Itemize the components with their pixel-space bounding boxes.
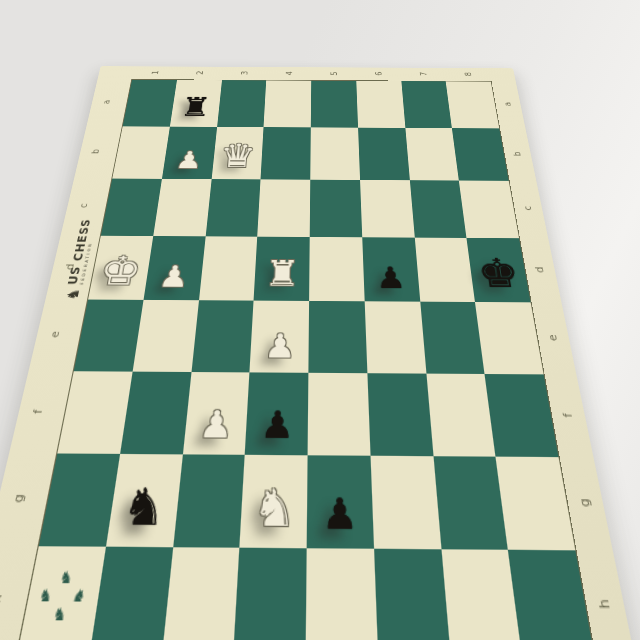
square-a4[interactable] <box>264 80 312 127</box>
square-c6[interactable] <box>360 180 414 238</box>
square-d4[interactable]: ♜ <box>254 236 310 300</box>
square-e7[interactable] <box>420 302 485 375</box>
square-f3[interactable]: ♟ <box>182 372 249 454</box>
square-e8[interactable] <box>475 302 543 375</box>
square-c1[interactable] <box>101 178 162 236</box>
square-g8[interactable] <box>496 456 576 550</box>
square-b3[interactable]: ♛ <box>211 127 263 179</box>
square-e3[interactable] <box>191 300 254 372</box>
black-pawn-g5[interactable]: ♟ <box>322 492 358 535</box>
corner-knight-diamond-ornament: ♞♞♞♞ <box>33 570 93 627</box>
square-d3[interactable] <box>199 236 258 300</box>
square-c8[interactable] <box>459 180 519 238</box>
us-chess-knight-icon: ♞ <box>65 288 82 300</box>
white-king-d1[interactable]: ♚ <box>97 250 145 290</box>
square-e5[interactable] <box>308 301 367 374</box>
square-a2[interactable]: ♜ <box>170 80 222 127</box>
square-b8[interactable] <box>452 128 509 180</box>
ornament-knight-icon: ♞ <box>58 570 74 587</box>
square-g6[interactable] <box>370 455 441 549</box>
square-b6[interactable] <box>358 128 410 180</box>
square-a5[interactable] <box>311 81 358 128</box>
square-f7[interactable] <box>426 374 496 456</box>
square-b5[interactable] <box>310 128 360 180</box>
square-a3[interactable] <box>217 80 267 127</box>
square-b1[interactable] <box>112 127 169 179</box>
square-f2[interactable] <box>120 372 191 454</box>
square-g3[interactable] <box>173 454 245 548</box>
square-f6[interactable] <box>367 373 433 455</box>
white-queen-b3[interactable]: ♛ <box>218 139 257 172</box>
square-h6[interactable] <box>374 548 450 640</box>
black-pawn-d6[interactable]: ♟ <box>375 263 406 293</box>
square-d5[interactable] <box>309 237 364 302</box>
square-d6[interactable]: ♟ <box>362 237 420 302</box>
square-h3[interactable] <box>161 547 239 640</box>
square-e6[interactable] <box>364 301 426 374</box>
black-rook-a2[interactable]: ♜ <box>179 95 213 121</box>
square-f8[interactable] <box>485 374 559 456</box>
square-b2[interactable]: ♟ <box>162 127 217 179</box>
square-e4[interactable]: ♟ <box>250 301 309 373</box>
square-h4[interactable] <box>234 547 307 640</box>
square-d1[interactable]: ♚ <box>88 236 153 300</box>
black-king-d8[interactable]: ♚ <box>475 253 522 294</box>
white-pawn-b2[interactable]: ♟ <box>174 148 204 172</box>
square-d8[interactable]: ♚ <box>467 238 531 303</box>
square-d2[interactable]: ♟ <box>143 236 205 300</box>
white-knight-g4[interactable]: ♞ <box>252 483 297 535</box>
square-a8[interactable] <box>446 81 499 128</box>
ornament-knight-icon: ♞ <box>71 588 87 605</box>
square-d7[interactable] <box>414 237 475 302</box>
square-b4[interactable] <box>261 127 311 179</box>
square-c4[interactable] <box>257 179 310 237</box>
square-c3[interactable] <box>205 179 261 237</box>
white-pawn-e4[interactable]: ♟ <box>263 330 296 363</box>
square-f5[interactable] <box>308 373 371 455</box>
black-knight-g2[interactable]: ♞ <box>119 482 169 534</box>
square-a1[interactable] <box>123 80 177 127</box>
square-h8[interactable] <box>508 549 595 640</box>
ornament-knight-icon: ♞ <box>37 588 54 605</box>
square-c7[interactable] <box>409 180 466 238</box>
square-g2[interactable]: ♞ <box>106 453 183 547</box>
square-c5[interactable] <box>310 179 362 237</box>
table-background: { "game": "chess", "position": { "fen": … <box>0 0 640 640</box>
white-pawn-f3[interactable]: ♟ <box>198 405 234 443</box>
square-g5[interactable]: ♟ <box>307 455 374 549</box>
square-e2[interactable] <box>132 300 198 372</box>
square-a7[interactable] <box>401 81 452 128</box>
rank-labels-top: 12345678 <box>132 67 492 80</box>
board-grid: ♜♟♛♚♟♜♟♚♟♟♟♞♞♟♞♞♞♞ <box>17 80 594 640</box>
photo-scene: 12345678 12345678 abcdefgh abcdefgh ♞ US… <box>0 0 640 640</box>
vinyl-chess-mat: 12345678 12345678 abcdefgh abcdefgh ♞ US… <box>0 66 640 640</box>
square-a6[interactable] <box>356 81 405 128</box>
square-f4[interactable]: ♟ <box>245 373 308 455</box>
square-c2[interactable] <box>153 178 211 236</box>
square-h5[interactable] <box>306 548 378 640</box>
square-g4[interactable]: ♞ <box>240 454 308 548</box>
white-pawn-d2[interactable]: ♟ <box>157 262 190 292</box>
square-b7[interactable] <box>405 128 459 180</box>
ornament-knight-icon: ♞ <box>51 606 68 624</box>
white-rook-d4[interactable]: ♜ <box>264 256 301 292</box>
black-pawn-f4[interactable]: ♟ <box>260 405 295 443</box>
